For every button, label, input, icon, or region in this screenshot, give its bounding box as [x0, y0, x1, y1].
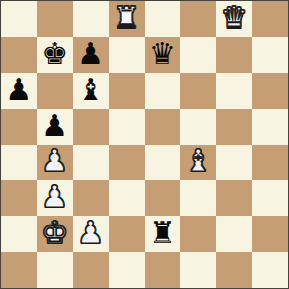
square-g2[interactable]	[216, 216, 252, 252]
piece-white-queen[interactable]: ♛	[221, 3, 248, 33]
square-b5[interactable]: ♟	[37, 109, 73, 145]
square-a5[interactable]	[1, 109, 37, 145]
square-e2[interactable]: ♜	[145, 216, 181, 252]
square-a7[interactable]	[1, 37, 37, 73]
square-h1[interactable]	[252, 252, 288, 288]
square-e6[interactable]	[145, 73, 181, 109]
square-c6[interactable]: ♝	[73, 73, 109, 109]
piece-black-queen[interactable]: ♛	[149, 39, 176, 69]
piece-white-rook[interactable]: ♜	[113, 3, 140, 33]
piece-white-bishop[interactable]: ♝	[185, 146, 212, 176]
square-d2[interactable]	[109, 216, 145, 252]
square-b1[interactable]	[37, 252, 73, 288]
square-a2[interactable]	[1, 216, 37, 252]
square-f5[interactable]	[180, 109, 216, 145]
square-d5[interactable]	[109, 109, 145, 145]
square-f4[interactable]: ♝	[180, 145, 216, 181]
square-b2[interactable]: ♚	[37, 216, 73, 252]
square-c2[interactable]: ♟	[73, 216, 109, 252]
square-c3[interactable]	[73, 180, 109, 216]
square-g7[interactable]	[216, 37, 252, 73]
square-g4[interactable]	[216, 145, 252, 181]
piece-white-pawn[interactable]: ♟	[77, 218, 104, 248]
square-a3[interactable]	[1, 180, 37, 216]
square-f3[interactable]	[180, 180, 216, 216]
piece-black-bishop[interactable]: ♝	[77, 75, 104, 105]
square-f2[interactable]	[180, 216, 216, 252]
square-c7[interactable]: ♟	[73, 37, 109, 73]
piece-black-pawn[interactable]: ♟	[5, 75, 32, 105]
square-f7[interactable]	[180, 37, 216, 73]
square-h7[interactable]	[252, 37, 288, 73]
piece-black-pawn[interactable]: ♟	[77, 39, 104, 69]
square-h5[interactable]	[252, 109, 288, 145]
square-a4[interactable]	[1, 145, 37, 181]
square-g8[interactable]: ♛	[216, 1, 252, 37]
square-f8[interactable]	[180, 1, 216, 37]
square-c5[interactable]	[73, 109, 109, 145]
square-g1[interactable]	[216, 252, 252, 288]
square-g5[interactable]	[216, 109, 252, 145]
square-e1[interactable]	[145, 252, 181, 288]
square-d8[interactable]: ♜	[109, 1, 145, 37]
chess-board-window: ♜♛♚♟♛♟♝♟♟♝♟♚♟♜	[0, 0, 289, 289]
square-a1[interactable]	[1, 252, 37, 288]
piece-black-pawn[interactable]: ♟	[41, 111, 68, 141]
square-d4[interactable]	[109, 145, 145, 181]
square-a6[interactable]: ♟	[1, 73, 37, 109]
square-d3[interactable]	[109, 180, 145, 216]
square-g3[interactable]	[216, 180, 252, 216]
square-g6[interactable]	[216, 73, 252, 109]
square-h3[interactable]	[252, 180, 288, 216]
square-b7[interactable]: ♚	[37, 37, 73, 73]
square-e4[interactable]	[145, 145, 181, 181]
piece-black-rook[interactable]: ♜	[149, 218, 176, 248]
square-c8[interactable]	[73, 1, 109, 37]
square-e8[interactable]	[145, 1, 181, 37]
square-b6[interactable]	[37, 73, 73, 109]
square-d7[interactable]	[109, 37, 145, 73]
piece-white-pawn[interactable]: ♟	[41, 146, 68, 176]
square-c1[interactable]	[73, 252, 109, 288]
square-h4[interactable]	[252, 145, 288, 181]
square-e5[interactable]	[145, 109, 181, 145]
square-f1[interactable]	[180, 252, 216, 288]
piece-white-king[interactable]: ♚	[41, 218, 68, 248]
piece-white-pawn[interactable]: ♟	[41, 182, 68, 212]
square-h6[interactable]	[252, 73, 288, 109]
square-h2[interactable]	[252, 216, 288, 252]
square-a8[interactable]	[1, 1, 37, 37]
square-c4[interactable]	[73, 145, 109, 181]
chess-board: ♜♛♚♟♛♟♝♟♟♝♟♚♟♜	[0, 0, 289, 289]
square-d1[interactable]	[109, 252, 145, 288]
square-d6[interactable]	[109, 73, 145, 109]
square-b3[interactable]: ♟	[37, 180, 73, 216]
square-e7[interactable]: ♛	[145, 37, 181, 73]
square-h8[interactable]	[252, 1, 288, 37]
square-e3[interactable]	[145, 180, 181, 216]
square-f6[interactable]	[180, 73, 216, 109]
piece-black-king[interactable]: ♚	[41, 39, 68, 69]
square-b8[interactable]	[37, 1, 73, 37]
square-b4[interactable]: ♟	[37, 145, 73, 181]
